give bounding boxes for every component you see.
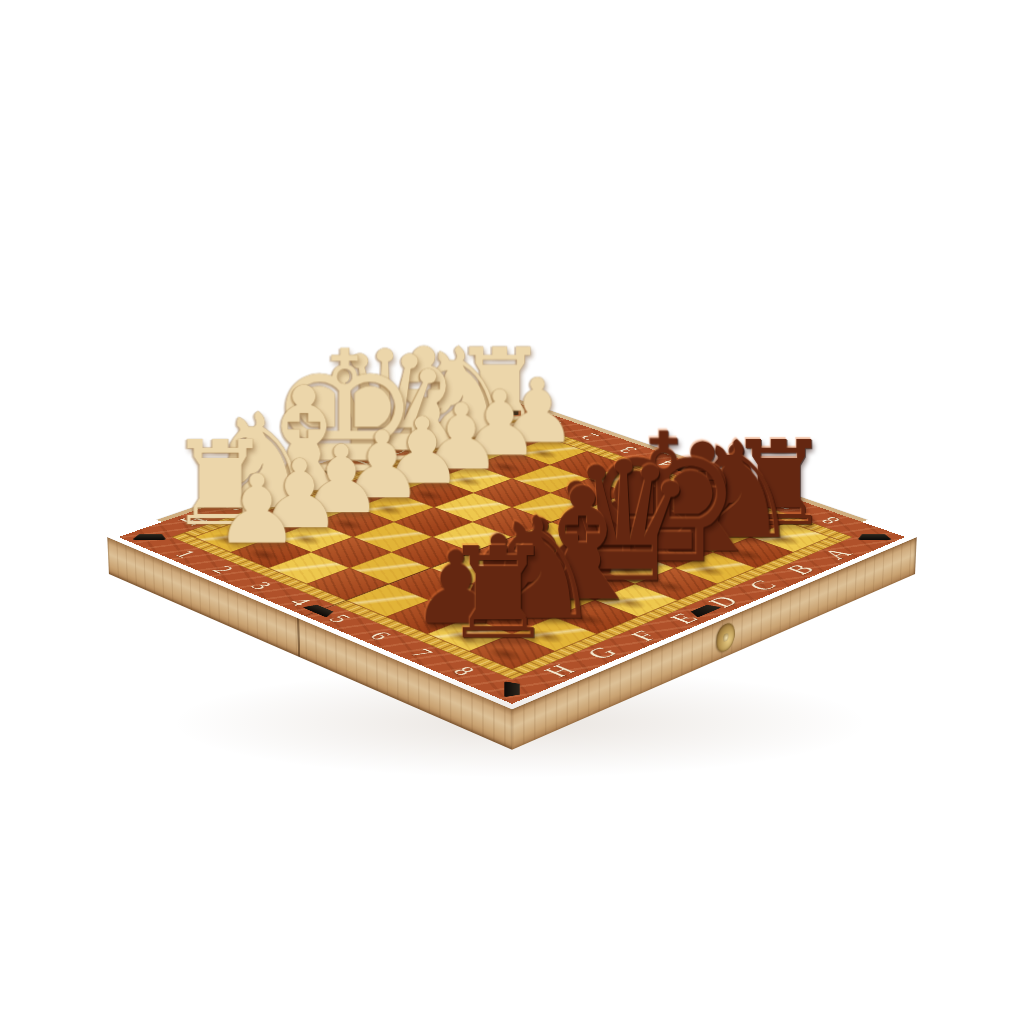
board-top-face: ♜♞♝♚♛♝♞♜♟♟♟♟♟♟♟♟♟♟♟♟♟♟♟♟♜♞♝♛♚♝♞♜ 1234567… bbox=[107, 397, 916, 709]
fold-seam-crack bbox=[297, 618, 300, 658]
brass-clasp bbox=[716, 620, 735, 655]
border-inlay-corner bbox=[132, 534, 167, 539]
piece-black-rook-h8[interactable]: ♜ bbox=[442, 531, 555, 657]
border-inlay-corner bbox=[856, 534, 891, 539]
piece-white-pawn-h2[interactable]: ♟ bbox=[214, 462, 300, 558]
product-photo-scene: ♜♞♝♚♛♝♞♜♟♟♟♟♟♟♟♟♟♟♟♟♟♟♟♟♜♞♝♛♚♝♞♜ 1234567… bbox=[0, 0, 1024, 1024]
board-red-border: ♜♞♝♚♛♝♞♜♟♟♟♟♟♟♟♟♟♟♟♟♟♟♟♟♜♞♝♛♚♝♞♜ 1234567… bbox=[119, 401, 906, 704]
border-inlay-corner bbox=[504, 681, 520, 697]
